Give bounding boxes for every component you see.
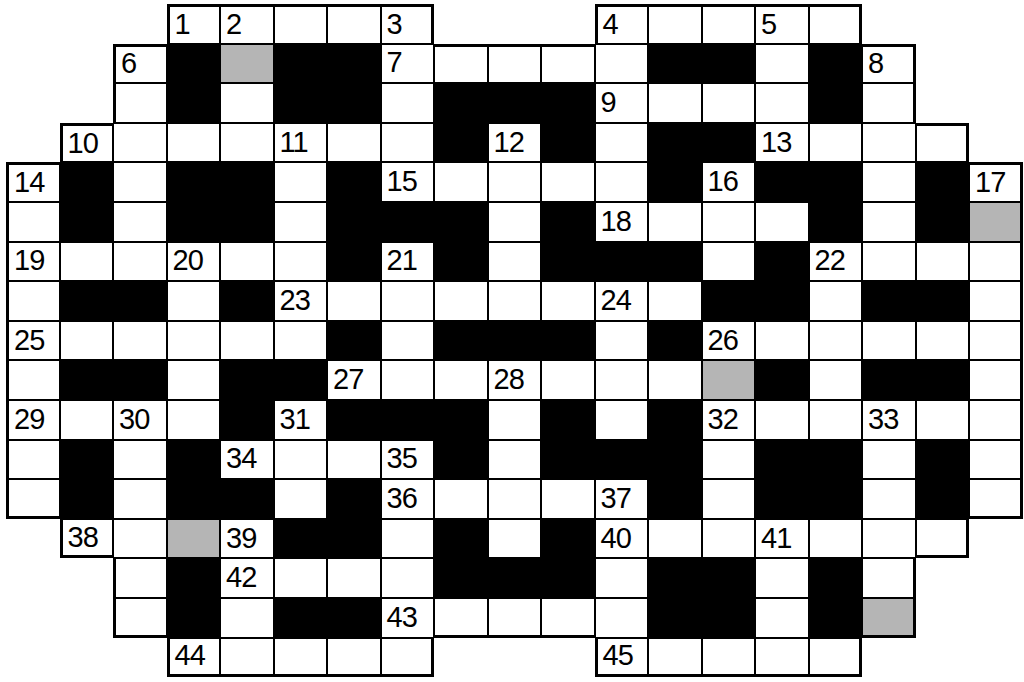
cell-white[interactable]	[113, 598, 167, 638]
cell-black	[755, 162, 809, 202]
cell-white[interactable]	[274, 558, 328, 598]
cell-white[interactable]	[916, 519, 970, 559]
cell-white[interactable]	[434, 281, 488, 321]
cell-white[interactable]	[648, 202, 702, 242]
cell-white[interactable]	[327, 638, 381, 678]
cell-white[interactable]: 19	[6, 242, 60, 282]
cell-black	[595, 440, 649, 480]
cell-white[interactable]	[595, 123, 649, 163]
outside-region	[916, 638, 970, 678]
cell-black	[113, 281, 167, 321]
cell-white[interactable]	[434, 598, 488, 638]
cell-white[interactable]	[488, 440, 542, 480]
cell-white[interactable]	[381, 638, 435, 678]
cell-white[interactable]	[220, 123, 274, 163]
cell-black	[755, 242, 809, 282]
cell-white[interactable]	[167, 321, 221, 361]
clue-number: 25	[14, 325, 44, 354]
cell-white[interactable]	[702, 242, 756, 282]
cell-white[interactable]	[488, 44, 542, 84]
cell-white[interactable]	[327, 281, 381, 321]
cell-black	[648, 598, 702, 638]
cell-white[interactable]: 21	[381, 242, 435, 282]
clue-number: 14	[14, 168, 44, 197]
cell-white[interactable]	[220, 598, 274, 638]
clue-number: 36	[387, 484, 417, 513]
cell-black	[809, 44, 863, 84]
cell-white[interactable]: 40	[595, 519, 649, 559]
cell-white[interactable]	[862, 440, 916, 480]
clue-number: 22	[815, 246, 845, 275]
cell-white[interactable]: 29	[6, 400, 60, 440]
cell-gray-highlight[interactable]	[220, 44, 274, 84]
cell-white[interactable]	[274, 242, 328, 282]
cell-white[interactable]	[381, 321, 435, 361]
cell-white[interactable]: 18	[595, 202, 649, 242]
cell-white[interactable]	[541, 281, 595, 321]
cell-white[interactable]	[755, 202, 809, 242]
cell-white[interactable]	[862, 202, 916, 242]
cell-white[interactable]	[274, 321, 328, 361]
cell-white[interactable]	[702, 519, 756, 559]
cell-white[interactable]	[113, 162, 167, 202]
cell-white[interactable]	[113, 123, 167, 163]
cell-white[interactable]	[862, 321, 916, 361]
cell-white[interactable]: 41	[755, 519, 809, 559]
cell-black	[327, 321, 381, 361]
cell-black	[648, 321, 702, 361]
cell-white[interactable]	[809, 519, 863, 559]
cell-white[interactable]	[755, 638, 809, 678]
cell-black	[327, 479, 381, 519]
cell-white[interactable]: 24	[595, 281, 649, 321]
cell-black	[541, 321, 595, 361]
cell-white[interactable]	[648, 83, 702, 123]
cell-white[interactable]	[541, 479, 595, 519]
cell-white[interactable]	[167, 281, 221, 321]
cell-black	[434, 83, 488, 123]
cell-white[interactable]	[60, 400, 114, 440]
outside-region	[916, 598, 970, 638]
cell-black	[274, 44, 328, 84]
cell-black	[60, 202, 114, 242]
cell-white[interactable]	[969, 440, 1023, 480]
outside-region	[6, 638, 60, 678]
clue-number: 42	[226, 563, 256, 592]
clue-number: 17	[975, 168, 1005, 197]
cell-black	[809, 479, 863, 519]
cell-white[interactable]	[809, 4, 863, 44]
cell-black	[167, 202, 221, 242]
cell-white[interactable]	[648, 638, 702, 678]
cell-black	[274, 360, 328, 400]
cell-white[interactable]	[862, 558, 916, 598]
outside-region	[916, 4, 970, 44]
cell-white[interactable]: 8	[862, 44, 916, 84]
clue-number: 26	[708, 325, 738, 354]
cell-black	[327, 519, 381, 559]
clue-number: 44	[175, 641, 205, 670]
cell-white[interactable]	[381, 558, 435, 598]
cell-white[interactable]: 44	[167, 638, 221, 678]
cell-white[interactable]	[969, 360, 1023, 400]
cell-white[interactable]	[755, 558, 809, 598]
cell-white[interactable]: 3	[381, 4, 435, 44]
cell-white[interactable]	[916, 321, 970, 361]
clue-number: 34	[226, 444, 256, 473]
outside-region	[6, 558, 60, 598]
cell-black	[862, 281, 916, 321]
cell-white[interactable]: 33	[862, 400, 916, 440]
cell-white[interactable]	[595, 321, 649, 361]
cell-white[interactable]	[541, 162, 595, 202]
cell-black	[167, 44, 221, 84]
outside-region	[916, 44, 970, 84]
cell-white[interactable]	[916, 123, 970, 163]
cell-white[interactable]: 2	[220, 4, 274, 44]
cell-black	[167, 162, 221, 202]
cell-white[interactable]	[648, 360, 702, 400]
cell-black	[434, 400, 488, 440]
cell-white[interactable]	[220, 638, 274, 678]
cell-white[interactable]: 35	[381, 440, 435, 480]
cell-white[interactable]: 12	[488, 123, 542, 163]
outside-region	[862, 4, 916, 44]
cell-white[interactable]	[969, 400, 1023, 440]
cell-white[interactable]	[809, 281, 863, 321]
clue-number: 45	[603, 641, 633, 670]
cell-white[interactable]	[167, 360, 221, 400]
clue-number: 4	[603, 10, 618, 39]
outside-region	[113, 4, 167, 44]
outside-region	[862, 638, 916, 678]
cell-white[interactable]: 14	[6, 162, 60, 202]
cell-black	[541, 400, 595, 440]
cell-white[interactable]	[488, 202, 542, 242]
cell-black	[755, 440, 809, 480]
cell-white[interactable]	[969, 281, 1023, 321]
cell-white[interactable]	[434, 479, 488, 519]
cell-white[interactable]: 45	[595, 638, 649, 678]
outside-region	[969, 598, 1023, 638]
outside-region	[434, 4, 488, 44]
cell-white[interactable]: 43	[381, 598, 435, 638]
cell-white[interactable]	[541, 360, 595, 400]
cell-white[interactable]	[809, 400, 863, 440]
cell-gray-highlight[interactable]	[702, 360, 756, 400]
clue-number: 3	[387, 10, 402, 39]
cell-gray-highlight[interactable]	[167, 519, 221, 559]
cell-black	[648, 400, 702, 440]
cell-white[interactable]: 15	[381, 162, 435, 202]
cell-black	[809, 202, 863, 242]
clue-number: 29	[14, 405, 44, 434]
cell-white[interactable]	[6, 281, 60, 321]
cell-white[interactable]: 28	[488, 360, 542, 400]
clue-number: 38	[68, 522, 98, 551]
cell-white[interactable]: 42	[220, 558, 274, 598]
cell-white[interactable]	[434, 162, 488, 202]
outside-region	[6, 598, 60, 638]
clue-number: 23	[280, 286, 310, 315]
cell-white[interactable]	[702, 83, 756, 123]
cell-white[interactable]	[648, 281, 702, 321]
cell-black	[327, 162, 381, 202]
cell-white[interactable]	[969, 242, 1023, 282]
cell-white[interactable]: 31	[274, 400, 328, 440]
cell-white[interactable]	[220, 83, 274, 123]
cell-black	[220, 479, 274, 519]
cell-white[interactable]	[434, 44, 488, 84]
cell-white[interactable]	[327, 4, 381, 44]
cell-white[interactable]	[916, 242, 970, 282]
cell-gray-highlight[interactable]	[862, 598, 916, 638]
cell-white[interactable]	[541, 598, 595, 638]
cell-black	[488, 558, 542, 598]
clue-number: 28	[494, 365, 524, 394]
cell-white[interactable]	[113, 558, 167, 598]
clue-number: 27	[333, 365, 363, 394]
cell-black	[809, 83, 863, 123]
cell-white[interactable]	[702, 440, 756, 480]
cell-white[interactable]	[969, 479, 1023, 519]
clue-number: 18	[601, 207, 631, 236]
cell-white[interactable]	[6, 479, 60, 519]
cell-white[interactable]	[488, 519, 542, 559]
cell-black	[702, 281, 756, 321]
cell-white[interactable]: 26	[702, 321, 756, 361]
outside-region	[60, 558, 114, 598]
cell-white[interactable]	[60, 321, 114, 361]
cell-white[interactable]	[809, 638, 863, 678]
cell-white[interactable]	[488, 281, 542, 321]
outside-region	[969, 558, 1023, 598]
cell-white[interactable]	[595, 598, 649, 638]
clue-number: 41	[761, 523, 791, 552]
cell-white[interactable]	[274, 440, 328, 480]
outside-region	[916, 558, 970, 598]
cell-white[interactable]: 32	[702, 400, 756, 440]
cell-white[interactable]	[595, 558, 649, 598]
cell-black	[60, 281, 114, 321]
outside-region	[6, 123, 60, 163]
cell-white[interactable]: 9	[595, 83, 649, 123]
cell-white[interactable]	[809, 123, 863, 163]
cell-white[interactable]	[327, 558, 381, 598]
cell-white[interactable]	[595, 400, 649, 440]
cell-white[interactable]	[809, 321, 863, 361]
cell-white[interactable]	[488, 598, 542, 638]
outside-region	[60, 638, 114, 678]
cell-white[interactable]	[113, 519, 167, 559]
cell-white[interactable]	[595, 44, 649, 84]
cell-white[interactable]	[809, 360, 863, 400]
cell-black	[488, 321, 542, 361]
cell-white[interactable]	[274, 4, 328, 44]
cell-white[interactable]	[648, 4, 702, 44]
cell-white[interactable]: 27	[327, 360, 381, 400]
cell-gray-highlight[interactable]	[969, 202, 1023, 242]
cell-white[interactable]: 16	[702, 162, 756, 202]
cell-white[interactable]: 23	[274, 281, 328, 321]
cell-white[interactable]	[113, 321, 167, 361]
cell-white[interactable]	[6, 360, 60, 400]
outside-region	[6, 44, 60, 84]
cell-black	[220, 202, 274, 242]
cell-black	[916, 281, 970, 321]
cell-black	[327, 598, 381, 638]
cell-black	[327, 400, 381, 440]
cell-black	[60, 162, 114, 202]
cell-white[interactable]: 7	[381, 44, 435, 84]
cell-white[interactable]: 13	[755, 123, 809, 163]
cell-black	[541, 83, 595, 123]
cell-black	[434, 202, 488, 242]
clue-number: 31	[280, 405, 310, 434]
cell-black	[755, 281, 809, 321]
clue-number: 8	[868, 49, 883, 78]
cell-white[interactable]	[862, 519, 916, 559]
cell-white[interactable]	[220, 321, 274, 361]
cell-white[interactable]: 1	[167, 4, 221, 44]
cell-black	[541, 242, 595, 282]
outside-region	[113, 638, 167, 678]
cell-white[interactable]	[113, 242, 167, 282]
clue-number: 43	[387, 603, 417, 632]
outside-region	[60, 83, 114, 123]
cell-black	[167, 598, 221, 638]
cell-black	[541, 440, 595, 480]
cell-black	[220, 281, 274, 321]
cell-black	[916, 479, 970, 519]
cell-black	[648, 44, 702, 84]
cell-black	[755, 479, 809, 519]
cell-white[interactable]: 25	[6, 321, 60, 361]
cell-white[interactable]	[755, 400, 809, 440]
cell-black	[167, 83, 221, 123]
cell-white[interactable]: 20	[167, 242, 221, 282]
clue-number: 10	[68, 128, 98, 157]
cell-white[interactable]	[488, 242, 542, 282]
cell-white[interactable]	[702, 638, 756, 678]
cell-white[interactable]: 22	[809, 242, 863, 282]
cell-white[interactable]	[755, 83, 809, 123]
cell-black	[167, 440, 221, 480]
cell-white[interactable]	[167, 400, 221, 440]
clue-number: 11	[280, 127, 308, 156]
cell-black	[274, 83, 328, 123]
cell-white[interactable]	[916, 400, 970, 440]
clue-number: 6	[121, 49, 136, 78]
cell-white[interactable]: 38	[60, 519, 114, 559]
cell-black	[327, 202, 381, 242]
cell-white[interactable]	[327, 123, 381, 163]
cell-white[interactable]	[113, 440, 167, 480]
cell-white[interactable]	[381, 83, 435, 123]
cell-white[interactable]	[702, 479, 756, 519]
cell-black	[702, 44, 756, 84]
clue-number: 40	[601, 523, 631, 552]
cell-white[interactable]	[220, 242, 274, 282]
outside-region	[969, 4, 1023, 44]
cell-white[interactable]	[702, 4, 756, 44]
outside-region	[434, 638, 488, 678]
cell-white[interactable]: 37	[595, 479, 649, 519]
cell-white[interactable]	[488, 479, 542, 519]
cell-white[interactable]	[274, 638, 328, 678]
cell-black	[434, 123, 488, 163]
cell-white[interactable]	[541, 44, 595, 84]
cell-white[interactable]	[60, 242, 114, 282]
cell-white[interactable]	[862, 479, 916, 519]
cell-white[interactable]	[274, 202, 328, 242]
cell-white[interactable]	[113, 479, 167, 519]
cell-white[interactable]	[755, 321, 809, 361]
outside-region	[488, 638, 542, 678]
cell-white[interactable]	[274, 479, 328, 519]
cell-black	[434, 558, 488, 598]
cell-white[interactable]	[862, 83, 916, 123]
cell-white[interactable]	[381, 281, 435, 321]
cell-white[interactable]	[862, 242, 916, 282]
cell-white[interactable]: 36	[381, 479, 435, 519]
clue-number: 5	[761, 10, 776, 39]
cell-black	[274, 519, 328, 559]
cell-white[interactable]	[488, 162, 542, 202]
cell-black	[220, 162, 274, 202]
outside-region	[969, 638, 1023, 678]
cell-white[interactable]	[434, 360, 488, 400]
cell-white[interactable]	[327, 440, 381, 480]
cell-white[interactable]	[113, 202, 167, 242]
cell-white[interactable]	[862, 162, 916, 202]
cell-white[interactable]: 11	[274, 123, 328, 163]
cell-white[interactable]: 17	[969, 162, 1023, 202]
cell-white[interactable]	[488, 400, 542, 440]
cell-white[interactable]: 39	[220, 519, 274, 559]
outside-region	[969, 44, 1023, 84]
clue-number: 37	[601, 484, 631, 513]
cell-white[interactable]	[113, 83, 167, 123]
cell-white[interactable]	[6, 202, 60, 242]
cell-white[interactable]: 4	[595, 4, 649, 44]
cell-white[interactable]	[6, 440, 60, 480]
cell-white[interactable]	[702, 202, 756, 242]
cell-white[interactable]	[381, 123, 435, 163]
cell-white[interactable]	[755, 44, 809, 84]
cell-white[interactable]: 10	[60, 123, 114, 163]
cell-white[interactable]: 34	[220, 440, 274, 480]
clue-number: 13	[761, 127, 791, 156]
cell-white[interactable]	[595, 162, 649, 202]
cell-white[interactable]	[167, 123, 221, 163]
cell-white[interactable]	[755, 598, 809, 638]
cell-white[interactable]: 6	[113, 44, 167, 84]
cell-black	[648, 479, 702, 519]
cell-black	[327, 242, 381, 282]
cell-white[interactable]	[969, 321, 1023, 361]
cell-white[interactable]	[862, 123, 916, 163]
cell-white[interactable]	[648, 519, 702, 559]
cell-white[interactable]	[274, 162, 328, 202]
cell-white[interactable]	[381, 519, 435, 559]
outside-region	[541, 4, 595, 44]
cell-white[interactable]	[381, 360, 435, 400]
cell-white[interactable]	[595, 360, 649, 400]
cell-black	[809, 440, 863, 480]
cell-white[interactable]: 30	[113, 400, 167, 440]
cell-white[interactable]: 5	[755, 4, 809, 44]
